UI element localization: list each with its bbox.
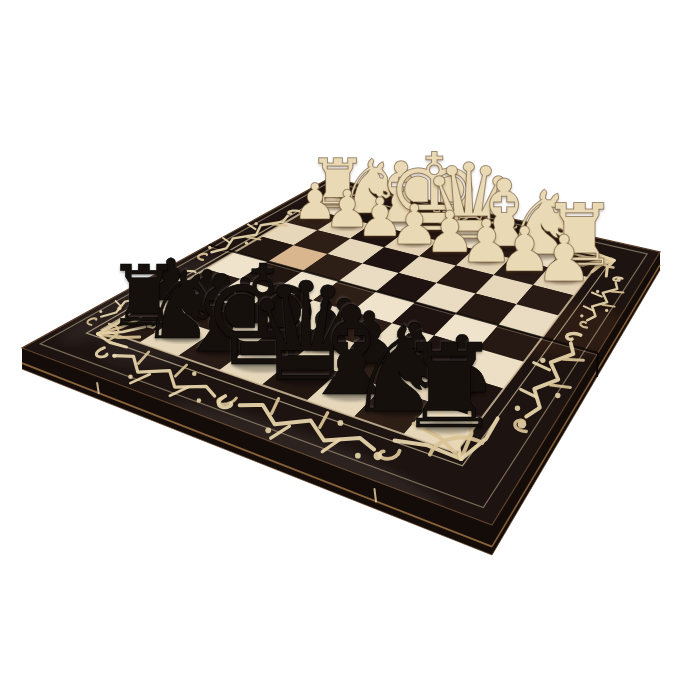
piece-black-pawn-b7: ♟ [377, 314, 452, 389]
chess-set-photo-scene: ♜♞♝♛♚♝♞♜♟♟♟♟♟♟♟♟♟♟♟♟♟♟♟♟♜♞♝♛♚♝♞♜ [0, 0, 700, 700]
piece-black-knight-b8: ♞ [340, 311, 459, 430]
piece-white-bishop-c1: ♝ [458, 168, 551, 261]
piece-white-king-e1: ♚ [380, 139, 488, 247]
piece-white-pawn-g2: ♟ [321, 184, 373, 236]
piece-white-pawn-a2: ♟ [532, 227, 596, 291]
piece-white-knight-g1: ♞ [332, 151, 407, 226]
piece-white-pawn-h2: ♟ [290, 177, 340, 227]
piece-white-queen-d1: ♛ [417, 150, 521, 254]
piece-black-pawn-a7: ♟ [423, 326, 502, 405]
piece-black-pawn-c7: ♟ [333, 303, 405, 375]
piece-white-bishop-f1: ♝ [359, 151, 443, 235]
piece-black-pawn-h7: ♟ [142, 252, 200, 310]
piece-black-rook-h8: ♜ [102, 255, 186, 339]
piece-black-rook-a8: ♜ [391, 329, 508, 446]
piece-white-rook-h1: ♜ [304, 150, 372, 218]
piece-white-knight-b1: ♞ [497, 180, 586, 269]
piece-white-pawn-e2: ♟ [387, 197, 443, 253]
pieces-layer: ♜♞♝♛♚♝♞♜♟♟♟♟♟♟♟♟♟♟♟♟♟♟♟♟♜♞♝♛♚♝♞♜ [0, 0, 700, 700]
piece-black-bishop-c8: ♝ [290, 291, 413, 414]
piece-white-pawn-b2: ♟ [494, 219, 556, 281]
piece-white-pawn-f2: ♟ [353, 191, 407, 245]
piece-white-pawn-c2: ♟ [457, 212, 517, 272]
piece-black-pawn-e7: ♟ [252, 282, 318, 348]
piece-white-pawn-d2: ♟ [421, 204, 479, 262]
piece-white-rook-a1: ♜ [536, 192, 622, 278]
piece-black-king-e8: ♚ [193, 248, 331, 386]
piece-black-pawn-d7: ♟ [292, 292, 361, 361]
piece-black-bishop-f8: ♝ [168, 261, 275, 368]
piece-black-pawn-f7: ♟ [214, 271, 277, 334]
piece-black-queen-d8: ♛ [238, 265, 374, 401]
piece-black-knight-g8: ♞ [135, 259, 229, 353]
piece-black-pawn-g7: ♟ [177, 262, 237, 322]
